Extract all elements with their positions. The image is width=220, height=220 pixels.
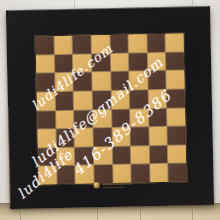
square-f6 — [129, 71, 147, 89]
square-d4 — [93, 109, 111, 127]
square-g4 — [149, 108, 167, 126]
square-b3 — [56, 129, 74, 147]
square-c6 — [74, 73, 92, 91]
square-b8 — [54, 36, 72, 54]
maker-plaque — [94, 182, 133, 189]
square-e5 — [111, 90, 129, 108]
square-b2 — [56, 148, 74, 166]
square-f7 — [129, 53, 147, 71]
photo-scene: ludi4life.com ludi4life@gmail.com 416-38… — [0, 0, 220, 220]
square-g6 — [148, 71, 166, 89]
plaque-text-line — [103, 182, 133, 185]
square-h8 — [166, 33, 184, 51]
square-c7 — [73, 54, 91, 72]
wall-groove — [192, 206, 194, 220]
square-d1 — [94, 165, 112, 183]
square-a5 — [37, 92, 55, 110]
square-a7 — [36, 55, 54, 73]
square-d8 — [91, 35, 109, 53]
square-a3 — [37, 129, 55, 147]
square-h1 — [169, 164, 187, 182]
square-f4 — [130, 109, 148, 127]
square-g3 — [149, 127, 167, 145]
square-g8 — [147, 34, 165, 52]
plaque-text-line — [103, 186, 125, 187]
square-h4 — [167, 108, 185, 126]
plaque-text — [103, 182, 133, 188]
square-c3 — [75, 129, 93, 147]
square-h2 — [168, 145, 186, 163]
square-c8 — [73, 35, 91, 53]
square-b5 — [55, 92, 73, 110]
square-d5 — [93, 91, 111, 109]
square-h6 — [167, 71, 185, 89]
square-c1 — [75, 166, 93, 184]
square-f8 — [129, 34, 147, 52]
square-c4 — [74, 110, 92, 128]
square-g7 — [148, 52, 166, 70]
square-c2 — [75, 147, 93, 165]
square-f2 — [131, 146, 149, 164]
square-h7 — [166, 52, 184, 70]
square-g5 — [148, 90, 166, 108]
square-b1 — [57, 166, 75, 184]
square-e7 — [110, 53, 128, 71]
square-f3 — [131, 127, 149, 145]
square-d6 — [92, 72, 110, 90]
square-e3 — [112, 128, 130, 146]
square-e4 — [112, 109, 130, 127]
square-a8 — [35, 36, 53, 54]
square-f1 — [131, 165, 149, 183]
square-a1 — [38, 167, 56, 185]
square-g2 — [150, 146, 168, 164]
square-e6 — [111, 72, 129, 90]
square-b7 — [55, 54, 73, 72]
square-b6 — [55, 73, 73, 91]
square-d3 — [93, 128, 111, 146]
square-d7 — [92, 54, 110, 72]
chess-board-frame — [6, 6, 214, 209]
square-c5 — [74, 91, 92, 109]
square-e1 — [113, 165, 131, 183]
square-a6 — [36, 73, 54, 91]
square-d2 — [94, 147, 112, 165]
square-b4 — [56, 110, 74, 128]
square-a4 — [37, 111, 55, 129]
wall-groove — [140, 206, 142, 220]
wall-groove — [97, 206, 99, 220]
square-h3 — [168, 127, 186, 145]
square-e2 — [112, 146, 130, 164]
square-g1 — [150, 164, 168, 182]
square-e8 — [110, 35, 128, 53]
square-a2 — [38, 148, 56, 166]
maker-logo-icon — [94, 182, 100, 188]
board — [34, 32, 187, 185]
square-f5 — [130, 90, 148, 108]
square-h5 — [167, 89, 185, 107]
